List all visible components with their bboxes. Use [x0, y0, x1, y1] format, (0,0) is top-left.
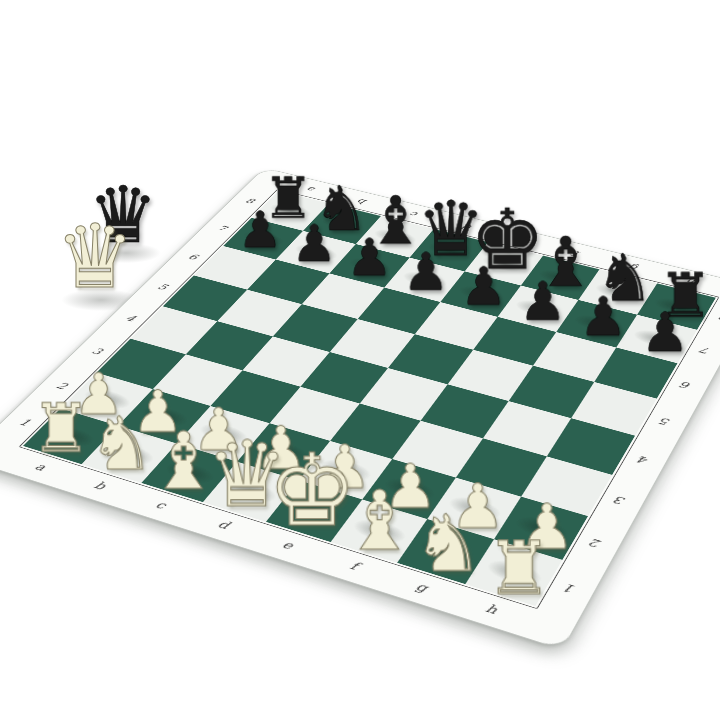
piece-white-rook[interactable]: ♜ [424, 531, 614, 605]
offboard-piece-white-queen[interactable]: ♛ [25, 213, 165, 301]
piece-black-pawn[interactable]: ♟ [584, 305, 720, 359]
chess-set-photo: ♛♛ 88aa77bb66cc55dd44ee33ff22gg11hh ♜♞♝♛… [0, 0, 720, 720]
